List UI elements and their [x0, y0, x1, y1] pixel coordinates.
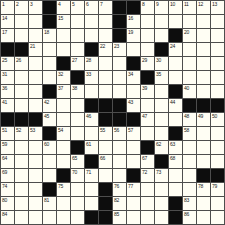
black-cell-r4c1: [1, 43, 14, 56]
cell-r14c11[interactable]: [141, 183, 154, 196]
cell-r16c6[interactable]: [71, 211, 84, 224]
clue-number: 59: [2, 141, 7, 147]
cell-r12c8[interactable]: 66: [99, 155, 112, 168]
black-cell-r9c10: [127, 113, 140, 126]
cell-r12c11[interactable]: 67: [141, 155, 154, 168]
cell-r2c15[interactable]: [197, 15, 210, 28]
black-cell-r2c4: [43, 15, 56, 28]
clue-number: 74: [2, 183, 7, 189]
clue-number: 5: [72, 1, 74, 7]
cell-r5c2[interactable]: 26: [15, 57, 28, 70]
clue-number: 76: [114, 183, 119, 189]
clue-number: 23: [114, 43, 119, 49]
cell-r16c5[interactable]: [57, 211, 70, 224]
cell-r8c1[interactable]: 41: [1, 99, 14, 112]
cell-r12c13[interactable]: 68: [169, 155, 182, 168]
cell-r7c7[interactable]: [85, 85, 98, 98]
cell-r11c4[interactable]: 60: [43, 141, 56, 154]
black-cell-r11c11: [141, 141, 154, 154]
cell-r1c14[interactable]: 11: [183, 1, 196, 14]
cell-r1c6[interactable]: 5: [71, 1, 84, 14]
cell-r4c15[interactable]: [197, 43, 210, 56]
cell-r11c13[interactable]: 63: [169, 141, 182, 154]
black-cell-r9c3: [29, 113, 42, 126]
black-cell-r7c13: [169, 85, 182, 98]
cell-r3c14[interactable]: 20: [183, 29, 196, 42]
clue-number: 3: [30, 1, 32, 7]
clue-number: 36: [2, 85, 7, 91]
black-cell-r1c9: [113, 1, 126, 14]
cell-r8c6[interactable]: [71, 99, 84, 112]
cell-r6c12[interactable]: 35: [155, 71, 168, 84]
cell-r3c8[interactable]: [99, 29, 112, 42]
cell-r9c11[interactable]: 47: [141, 113, 154, 126]
cell-r9c15[interactable]: 49: [197, 113, 210, 126]
cell-r10c10[interactable]: 57: [127, 127, 140, 140]
cell-r13c7[interactable]: 71: [85, 169, 98, 182]
clue-number: 30: [156, 57, 161, 63]
cell-r6c15[interactable]: [197, 71, 210, 84]
cell-r7c14[interactable]: 40: [183, 85, 196, 98]
cell-r2c2[interactable]: [15, 15, 28, 28]
cell-r1c15[interactable]: 12: [197, 1, 210, 14]
cell-r6c16[interactable]: [211, 71, 224, 84]
cell-r12c15[interactable]: [197, 155, 210, 168]
cell-r11c16[interactable]: [211, 141, 224, 154]
clue-number: 16: [128, 15, 133, 21]
cell-r1c3[interactable]: 3: [29, 1, 42, 14]
cell-r11c9[interactable]: [113, 141, 126, 154]
cell-r1c1[interactable]: 1: [1, 1, 14, 14]
clue-number: 72: [142, 169, 147, 175]
cell-r16c10[interactable]: [127, 211, 140, 224]
cell-r10c9[interactable]: 56: [113, 127, 126, 140]
cell-r4c11[interactable]: [141, 43, 154, 56]
cell-r3c1[interactable]: 17: [1, 29, 14, 42]
cell-r6c7[interactable]: 33: [85, 71, 98, 84]
clue-number: 66: [100, 155, 105, 161]
cell-r16c1[interactable]: 84: [1, 211, 14, 224]
black-cell-r9c8: [99, 113, 112, 126]
cell-r7c1[interactable]: 36: [1, 85, 14, 98]
cell-r12c6[interactable]: 65: [71, 155, 84, 168]
cell-r7c8[interactable]: [99, 85, 112, 98]
clue-number: 37: [58, 85, 63, 91]
cell-r2c10[interactable]: 16: [127, 15, 140, 28]
cell-r15c2[interactable]: [15, 197, 28, 210]
cell-r2c11[interactable]: [141, 15, 154, 28]
cell-r5c14[interactable]: [183, 57, 196, 70]
cell-r5c16[interactable]: [211, 57, 224, 70]
cell-r15c4[interactable]: 81: [43, 197, 56, 210]
cell-r14c5[interactable]: 75: [57, 183, 70, 196]
clue-number: 60: [44, 141, 49, 147]
clue-number: 27: [72, 57, 77, 63]
clue-number: 79: [212, 183, 217, 189]
cell-r10c15[interactable]: [197, 127, 210, 140]
black-cell-r5c10: [127, 57, 140, 70]
black-cell-r15c8: [99, 197, 112, 210]
cell-r14c15[interactable]: 78: [197, 183, 210, 196]
clue-number: 40: [184, 85, 189, 91]
clue-number: 78: [198, 183, 203, 189]
cell-r12c10[interactable]: [127, 155, 140, 168]
cell-r14c2[interactable]: [15, 183, 28, 196]
clue-number: 64: [2, 155, 7, 161]
black-cell-r1c10: [127, 1, 140, 14]
cell-r15c16[interactable]: [211, 197, 224, 210]
cell-r12c14[interactable]: [183, 155, 196, 168]
cell-r14c3[interactable]: [29, 183, 42, 196]
cell-r15c10[interactable]: [127, 197, 140, 210]
cell-r7c3[interactable]: [29, 85, 42, 98]
cell-r7c10[interactable]: [127, 85, 140, 98]
cell-r9c14[interactable]: 48: [183, 113, 196, 126]
cell-r14c16[interactable]: 79: [211, 183, 224, 196]
clue-number: 18: [44, 29, 49, 35]
cell-r11c7[interactable]: 61: [85, 141, 98, 154]
clue-number: 48: [184, 113, 189, 119]
black-cell-r5c5: [57, 57, 70, 70]
cell-r10c8[interactable]: 55: [99, 127, 112, 140]
cell-r10c12[interactable]: [155, 127, 168, 140]
cell-r5c4[interactable]: [43, 57, 56, 70]
cell-r6c5[interactable]: 32: [57, 71, 70, 84]
cell-r8c2[interactable]: [15, 99, 28, 112]
cell-r3c11[interactable]: [141, 29, 154, 42]
cell-r5c8[interactable]: [99, 57, 112, 70]
cell-r5c1[interactable]: 25: [1, 57, 14, 70]
cell-r3c5[interactable]: [57, 29, 70, 42]
clue-number: 53: [30, 127, 35, 133]
cell-r13c9[interactable]: [113, 169, 126, 182]
cell-r12c5[interactable]: [57, 155, 70, 168]
cell-r3c12[interactable]: [155, 29, 168, 42]
cell-r5c9[interactable]: [113, 57, 126, 70]
clue-number: 58: [184, 127, 189, 133]
cell-r9c12[interactable]: [155, 113, 168, 126]
cell-r6c1[interactable]: 31: [1, 71, 14, 84]
clue-number: 49: [198, 113, 203, 119]
cell-r7c5[interactable]: 37: [57, 85, 70, 98]
cell-r14c6[interactable]: [71, 183, 84, 196]
clue-number: 34: [128, 71, 133, 77]
cell-r6c8[interactable]: [99, 71, 112, 84]
cell-r2c8[interactable]: [99, 15, 112, 28]
cell-r5c15[interactable]: [197, 57, 210, 70]
clue-number: 39: [142, 85, 147, 91]
cell-r12c16[interactable]: [211, 155, 224, 168]
cell-r9c13[interactable]: [169, 113, 182, 126]
cell-r11c3[interactable]: [29, 141, 42, 154]
cell-r8c5[interactable]: [57, 99, 70, 112]
clue-number: 61: [86, 141, 91, 147]
cell-r10c11[interactable]: [141, 127, 154, 140]
cell-r15c7[interactable]: [85, 197, 98, 210]
cell-r4c5[interactable]: [57, 43, 70, 56]
cell-r14c7[interactable]: [85, 183, 98, 196]
cell-r14c12[interactable]: [155, 183, 168, 196]
cell-r8c4[interactable]: 42: [43, 99, 56, 112]
cell-r12c1[interactable]: 64: [1, 155, 14, 168]
clue-number: 63: [170, 141, 175, 147]
clue-number: 6: [86, 1, 88, 7]
cell-r11c5[interactable]: [57, 141, 70, 154]
black-cell-r4c12: [155, 43, 168, 56]
cell-r2c13[interactable]: [169, 15, 182, 28]
cell-r10c1[interactable]: 51: [1, 127, 14, 140]
cell-r4c3[interactable]: 21: [29, 43, 42, 56]
cell-r1c11[interactable]: 8: [141, 1, 154, 14]
cell-r11c14[interactable]: [183, 141, 196, 154]
clue-number: 56: [114, 127, 119, 133]
cell-r15c1[interactable]: 80: [1, 197, 14, 210]
cell-r4c16[interactable]: [211, 43, 224, 56]
cell-r4c13[interactable]: 24: [169, 43, 182, 56]
cell-r8c3[interactable]: [29, 99, 42, 112]
cell-r7c9[interactable]: [113, 85, 126, 98]
black-cell-r6c6: [71, 71, 84, 84]
cell-r15c5[interactable]: [57, 197, 70, 210]
cell-r1c16[interactable]: 13: [211, 1, 224, 14]
clue-number: 19: [128, 29, 133, 35]
cell-r7c16[interactable]: [211, 85, 224, 98]
cell-r1c5[interactable]: 4: [57, 1, 70, 14]
cell-r7c6[interactable]: 38: [71, 85, 84, 98]
clue-number: 84: [2, 211, 7, 217]
cell-r16c12[interactable]: [155, 211, 168, 224]
cell-r15c3[interactable]: [29, 197, 42, 210]
black-cell-r14c4: [43, 183, 56, 196]
black-cell-r1c4: [43, 1, 56, 14]
cell-r15c12[interactable]: [155, 197, 168, 210]
cell-r6c9[interactable]: [113, 71, 126, 84]
clue-number: 44: [170, 99, 175, 105]
cell-r10c5[interactable]: 54: [57, 127, 70, 140]
cell-r6c10[interactable]: 34: [127, 71, 140, 84]
cell-r5c3[interactable]: [29, 57, 42, 70]
cell-r14c13[interactable]: [169, 183, 182, 196]
cell-r7c15[interactable]: [197, 85, 210, 98]
cell-r12c4[interactable]: [43, 155, 56, 168]
black-cell-r13c10: [127, 169, 140, 182]
clue-number: 47: [142, 113, 147, 119]
black-cell-r13c16: [211, 169, 224, 182]
clue-number: 20: [184, 29, 189, 35]
cell-r2c16[interactable]: [211, 15, 224, 28]
cell-r4c4[interactable]: [43, 43, 56, 56]
cell-r13c8[interactable]: [99, 169, 112, 182]
cell-r16c16[interactable]: [211, 211, 224, 224]
clue-number: 22: [100, 43, 105, 49]
cell-r8c11[interactable]: [141, 99, 154, 112]
cell-r15c15[interactable]: [197, 197, 210, 210]
cell-r7c2[interactable]: [15, 85, 28, 98]
cell-r6c14[interactable]: [183, 71, 196, 84]
clue-number: 50: [212, 113, 217, 119]
cell-r14c9[interactable]: 76: [113, 183, 126, 196]
black-cell-r8c14: [183, 99, 196, 112]
cell-r11c8[interactable]: [99, 141, 112, 154]
cell-r5c11[interactable]: 29: [141, 57, 154, 70]
clue-number: 8: [142, 1, 144, 7]
cell-r3c2[interactable]: [15, 29, 28, 42]
clue-number: 29: [142, 57, 147, 63]
cell-r4c10[interactable]: [127, 43, 140, 56]
cell-r6c2[interactable]: [15, 71, 28, 84]
cell-r13c3[interactable]: [29, 169, 42, 182]
cell-r9c16[interactable]: 50: [211, 113, 224, 126]
black-cell-r7c4: [43, 85, 56, 98]
cell-r1c7[interactable]: 6: [85, 1, 98, 14]
cell-r16c9[interactable]: 85: [113, 211, 126, 224]
cell-r3c4[interactable]: 18: [43, 29, 56, 42]
cell-r8c12[interactable]: [155, 99, 168, 112]
cell-r4c14[interactable]: [183, 43, 196, 56]
cell-r13c11[interactable]: 72: [141, 169, 154, 182]
cell-r3c16[interactable]: [211, 29, 224, 42]
black-cell-r9c2: [15, 113, 28, 126]
cell-r16c4[interactable]: [43, 211, 56, 224]
cell-r7c12[interactable]: [155, 85, 168, 98]
cell-r12c3[interactable]: [29, 155, 42, 168]
cell-r13c12[interactable]: 73: [155, 169, 168, 182]
black-cell-r3c9: [113, 29, 126, 42]
cell-r5c7[interactable]: 28: [85, 57, 98, 70]
cell-r1c2[interactable]: 2: [15, 1, 28, 14]
cell-r3c7[interactable]: [85, 29, 98, 42]
black-cell-r15c13: [169, 197, 182, 210]
clue-number: 71: [86, 169, 91, 175]
black-cell-r11c6: [71, 141, 84, 154]
cell-r3c10[interactable]: 19: [127, 29, 140, 42]
black-cell-r2c9: [113, 15, 126, 28]
cell-r16c2[interactable]: [15, 211, 28, 224]
clue-number: 54: [58, 127, 63, 133]
cell-r10c2[interactable]: 52: [15, 127, 28, 140]
cell-r2c3[interactable]: [29, 15, 42, 28]
cell-r4c6[interactable]: [71, 43, 84, 56]
cell-r10c16[interactable]: [211, 127, 224, 140]
cell-r10c7[interactable]: [85, 127, 98, 140]
cell-r3c3[interactable]: [29, 29, 42, 42]
cell-r5c13[interactable]: [169, 57, 182, 70]
cell-r3c6[interactable]: [71, 29, 84, 42]
cell-r15c11[interactable]: [141, 197, 154, 210]
cell-r6c13[interactable]: [169, 71, 182, 84]
cell-r2c5[interactable]: 15: [57, 15, 70, 28]
clue-number: 62: [156, 141, 161, 147]
cell-r15c14[interactable]: 83: [183, 197, 196, 210]
cell-r16c11[interactable]: [141, 211, 154, 224]
clue-number: 43: [128, 99, 133, 105]
cell-r1c13[interactable]: 10: [169, 1, 182, 14]
clue-number: 65: [72, 155, 77, 161]
clue-number: 10: [170, 1, 175, 7]
cell-r9c4[interactable]: 45: [43, 113, 56, 126]
black-cell-r13c5: [57, 169, 70, 182]
cell-r13c6[interactable]: 70: [71, 169, 84, 182]
cell-r6c4[interactable]: [43, 71, 56, 84]
cell-r7c11[interactable]: 39: [141, 85, 154, 98]
cell-r1c8[interactable]: 7: [99, 1, 112, 14]
black-cell-r6c11: [141, 71, 154, 84]
cell-r11c1[interactable]: 59: [1, 141, 14, 154]
cell-r11c2[interactable]: [15, 141, 28, 154]
clue-number: 41: [2, 99, 7, 105]
clue-number: 14: [2, 15, 7, 21]
cell-r4c8[interactable]: 22: [99, 43, 112, 56]
cell-r13c2[interactable]: [15, 169, 28, 182]
black-cell-r10c4: [43, 127, 56, 140]
cell-r6c3[interactable]: [29, 71, 42, 84]
cell-r13c13[interactable]: [169, 169, 182, 182]
cell-r14c1[interactable]: 74: [1, 183, 14, 196]
cell-r15c9[interactable]: 82: [113, 197, 126, 210]
cell-r13c4[interactable]: [43, 169, 56, 182]
crossword-board: 1234567891011121314151617181920212223242…: [0, 0, 225, 225]
black-cell-r8c15: [197, 99, 210, 112]
cell-r9c6[interactable]: [71, 113, 84, 126]
cell-r9c7[interactable]: 46: [85, 113, 98, 126]
cell-r11c12[interactable]: 62: [155, 141, 168, 154]
clue-number: 24: [170, 43, 175, 49]
cell-r13c1[interactable]: 69: [1, 169, 14, 182]
cell-r11c10[interactable]: [127, 141, 140, 154]
cell-r11c15[interactable]: [197, 141, 210, 154]
cell-r10c14[interactable]: 58: [183, 127, 196, 140]
cell-r2c12[interactable]: [155, 15, 168, 28]
clue-number: 86: [184, 211, 189, 217]
cell-r5c6[interactable]: 27: [71, 57, 84, 70]
clue-number: 85: [114, 211, 119, 217]
cell-r2c6[interactable]: [71, 15, 84, 28]
clue-number: 82: [114, 197, 119, 203]
black-cell-r3c13: [169, 29, 182, 42]
cell-r8c13[interactable]: 44: [169, 99, 182, 112]
black-cell-r16c8: [99, 211, 112, 224]
cell-r14c10[interactable]: 77: [127, 183, 140, 196]
cell-r2c1[interactable]: 14: [1, 15, 14, 28]
cell-r16c3[interactable]: [29, 211, 42, 224]
cell-r3c15[interactable]: [197, 29, 210, 42]
clue-number: 1: [2, 1, 4, 7]
clue-number: 73: [156, 169, 161, 175]
cell-r9c5[interactable]: [57, 113, 70, 126]
clue-number: 13: [212, 1, 217, 7]
cell-r2c7[interactable]: [85, 15, 98, 28]
cell-r16c14[interactable]: 86: [183, 211, 196, 224]
clue-number: 31: [2, 71, 7, 77]
cell-r14c14[interactable]: [183, 183, 196, 196]
cell-r16c15[interactable]: [197, 211, 210, 224]
cell-r13c14[interactable]: [183, 169, 196, 182]
clue-number: 32: [58, 71, 63, 77]
cell-r15c6[interactable]: [71, 197, 84, 210]
cell-r8c10[interactable]: 43: [127, 99, 140, 112]
cell-r5c12[interactable]: 30: [155, 57, 168, 70]
black-cell-r8c8: [99, 99, 112, 112]
cell-r1c12[interactable]: 9: [155, 1, 168, 14]
clue-number: 80: [2, 197, 7, 203]
black-cell-r14c8: [99, 183, 112, 196]
cell-r4c9[interactable]: 23: [113, 43, 126, 56]
cell-r12c9[interactable]: [113, 155, 126, 168]
cell-r2c14[interactable]: [183, 15, 196, 28]
cell-r10c6[interactable]: [71, 127, 84, 140]
cell-r12c2[interactable]: [15, 155, 28, 168]
cell-r10c3[interactable]: 53: [29, 127, 42, 140]
